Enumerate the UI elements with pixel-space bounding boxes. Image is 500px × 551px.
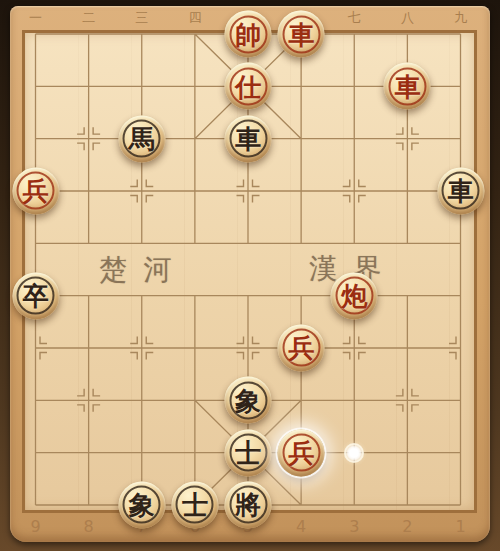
black-elephant[interactable]: 象	[225, 377, 272, 424]
piece-glyph: 帥	[235, 21, 261, 47]
bottom-file-label-4: 4	[296, 519, 306, 535]
red-chariot[interactable]: 車	[278, 11, 325, 58]
top-file-label-七: 七	[348, 11, 361, 24]
piece-glyph: 卒	[23, 283, 49, 309]
top-file-label-八: 八	[401, 11, 414, 24]
black-chariot[interactable]: 車	[437, 167, 484, 214]
top-file-label-四: 四	[188, 11, 201, 24]
piece-glyph: 兵	[288, 335, 314, 361]
piece-glyph: 車	[288, 21, 314, 47]
piece-glyph: 象	[129, 492, 155, 518]
top-file-label-九: 九	[454, 11, 467, 24]
piece-glyph: 將	[235, 492, 261, 518]
black-general[interactable]: 將	[225, 481, 272, 528]
bottom-file-label-3: 3	[349, 519, 359, 535]
piece-glyph: 車	[448, 178, 474, 204]
black-advisor[interactable]: 士	[225, 429, 272, 476]
piece-glyph: 車	[394, 73, 420, 99]
piece-glyph: 馬	[129, 126, 155, 152]
bottom-file-label-1: 1	[455, 519, 465, 535]
black-chariot[interactable]: 車	[225, 115, 272, 162]
piece-glyph: 象	[235, 387, 261, 413]
top-file-label-一: 一	[29, 11, 42, 24]
bottom-file-label-2: 2	[402, 519, 412, 535]
black-horse[interactable]: 馬	[118, 115, 165, 162]
red-cannon[interactable]: 炮	[331, 272, 378, 319]
red-general[interactable]: 帥	[225, 11, 272, 58]
top-file-label-二: 二	[82, 11, 95, 24]
red-soldier[interactable]: 兵	[278, 324, 325, 371]
piece-glyph: 炮	[341, 283, 367, 309]
xiangqi-app: 楚河 漢界 一二三四五六七八九987654321 帥車仕車馬車兵車卒炮兵象士兵象…	[0, 0, 500, 551]
piece-glyph: 兵	[23, 178, 49, 204]
red-soldier-selected[interactable]: 兵	[278, 429, 325, 476]
bottom-file-label-8: 8	[84, 519, 94, 535]
piece-glyph: 士	[182, 492, 208, 518]
piece-glyph: 仕	[235, 73, 261, 99]
black-soldier[interactable]: 卒	[12, 272, 59, 319]
red-chariot[interactable]: 車	[384, 63, 431, 110]
bottom-file-label-9: 9	[30, 519, 40, 535]
piece-glyph: 車	[235, 126, 261, 152]
red-soldier[interactable]: 兵	[12, 167, 59, 214]
red-advisor[interactable]: 仕	[225, 63, 272, 110]
move-target-dot[interactable]	[337, 436, 371, 470]
top-file-label-三: 三	[135, 11, 148, 24]
black-elephant[interactable]: 象	[118, 481, 165, 528]
river-left-text: 楚河	[99, 251, 187, 289]
piece-glyph: 兵	[288, 440, 314, 466]
piece-glyph: 士	[235, 440, 261, 466]
black-advisor[interactable]: 士	[171, 481, 218, 528]
